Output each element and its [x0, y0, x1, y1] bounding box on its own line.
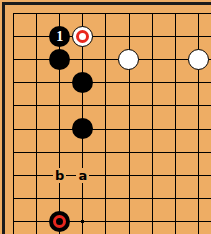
intersection [25, 71, 48, 94]
intersection [94, 48, 117, 71]
intersection [71, 141, 94, 164]
intersection [94, 210, 117, 233]
intersection [2, 71, 25, 94]
white-stone-D18 [72, 26, 93, 47]
intersection [141, 164, 164, 187]
intersection [25, 94, 48, 117]
intersection [25, 210, 48, 233]
star-point [81, 220, 84, 223]
intersection: 1 [48, 25, 71, 48]
intersection [2, 187, 25, 210]
intersection [2, 48, 25, 71]
black-stone-C17 [49, 49, 70, 70]
board-grid: 1ba [2, 2, 210, 233]
intersection [187, 164, 210, 187]
intersection [141, 48, 164, 71]
intersection [2, 141, 25, 164]
intersection [117, 210, 140, 233]
go-board-diagram: 1ba [0, 0, 211, 234]
intersection [187, 94, 210, 117]
intersection [141, 210, 164, 233]
intersection [164, 141, 187, 164]
intersection [117, 94, 140, 117]
intersection [71, 71, 94, 94]
intersection [2, 25, 25, 48]
intersection [48, 210, 71, 233]
intersection [94, 2, 117, 25]
intersection [187, 117, 210, 140]
intersection [141, 71, 164, 94]
intersection [164, 2, 187, 25]
intersection [164, 187, 187, 210]
intersection [2, 117, 25, 140]
white-stone-J17 [188, 49, 209, 70]
intersection [117, 48, 140, 71]
intersection [48, 141, 71, 164]
intersection [164, 71, 187, 94]
intersection [48, 187, 71, 210]
intersection [94, 25, 117, 48]
point-label-b: b [53, 168, 66, 183]
intersection [2, 164, 25, 187]
intersection [94, 94, 117, 117]
point-label-a: a [76, 168, 89, 183]
move-number: 1 [56, 29, 63, 43]
intersection [71, 94, 94, 117]
intersection [141, 117, 164, 140]
intersection [117, 117, 140, 140]
black-stone-D16 [72, 72, 93, 93]
intersection [94, 141, 117, 164]
intersection [25, 141, 48, 164]
intersection [164, 48, 187, 71]
intersection [48, 2, 71, 25]
intersection [164, 210, 187, 233]
intersection [25, 187, 48, 210]
intersection [187, 71, 210, 94]
intersection [94, 187, 117, 210]
intersection [25, 117, 48, 140]
black-stone-C10 [49, 211, 70, 232]
black-stone-C18: 1 [49, 26, 70, 47]
intersection [48, 48, 71, 71]
intersection [117, 71, 140, 94]
circle-marker-icon [53, 215, 66, 228]
intersection [71, 25, 94, 48]
intersection [164, 25, 187, 48]
intersection [187, 210, 210, 233]
intersection [25, 48, 48, 71]
intersection [187, 25, 210, 48]
intersection [71, 210, 94, 233]
black-stone-D14 [72, 118, 93, 139]
circle-marker-icon [76, 30, 89, 43]
intersection [48, 71, 71, 94]
intersection [48, 94, 71, 117]
intersection [25, 164, 48, 187]
intersection [71, 117, 94, 140]
intersection [25, 25, 48, 48]
intersection [71, 48, 94, 71]
intersection [25, 2, 48, 25]
intersection [141, 25, 164, 48]
intersection: b [48, 164, 71, 187]
intersection [94, 71, 117, 94]
intersection [48, 117, 71, 140]
intersection [187, 141, 210, 164]
intersection [187, 187, 210, 210]
intersection [2, 210, 25, 233]
intersection [141, 2, 164, 25]
intersection [164, 94, 187, 117]
intersection: a [71, 164, 94, 187]
intersection [71, 2, 94, 25]
intersection [2, 2, 25, 25]
intersection [117, 164, 140, 187]
intersection [2, 94, 25, 117]
intersection [94, 164, 117, 187]
intersection [117, 2, 140, 25]
intersection [164, 117, 187, 140]
intersection [187, 2, 210, 25]
intersection [117, 187, 140, 210]
intersection [71, 187, 94, 210]
intersection [141, 94, 164, 117]
intersection [164, 164, 187, 187]
intersection [187, 48, 210, 71]
intersection [94, 117, 117, 140]
intersection [117, 141, 140, 164]
white-stone-F17 [118, 49, 139, 70]
intersection [141, 187, 164, 210]
intersection [141, 141, 164, 164]
intersection [117, 25, 140, 48]
